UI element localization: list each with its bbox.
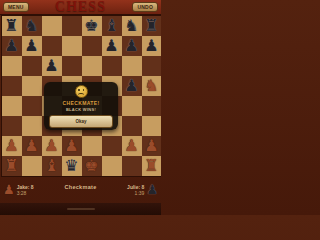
square-c8[interactable] xyxy=(42,16,62,36)
square-a5[interactable] xyxy=(2,76,22,96)
square-a1[interactable]: ♜ xyxy=(2,156,22,176)
square-f1[interactable] xyxy=(102,156,122,176)
black-knight[interactable]: ♞ xyxy=(24,16,38,36)
square-a6[interactable] xyxy=(2,56,22,76)
white-bishop[interactable]: ♝ xyxy=(44,156,58,176)
undo-button[interactable]: UNDO xyxy=(132,2,158,12)
square-h5[interactable]: ♞ xyxy=(142,76,162,96)
left-player-time: 3:28 xyxy=(17,190,34,196)
square-g1[interactable] xyxy=(122,156,142,176)
square-b3[interactable] xyxy=(22,116,42,136)
square-f2[interactable] xyxy=(102,136,122,156)
square-e7[interactable] xyxy=(82,36,102,56)
square-h4[interactable] xyxy=(142,96,162,116)
square-e1[interactable]: ♚ xyxy=(82,156,102,176)
square-h7[interactable]: ♟ xyxy=(142,36,162,56)
square-a8[interactable]: ♜ xyxy=(2,16,22,36)
square-b7[interactable]: ♟ xyxy=(22,36,42,56)
status-message: Checkmate xyxy=(0,184,161,190)
white-king[interactable]: ♚ xyxy=(84,156,98,176)
white-pawn[interactable]: ♟ xyxy=(4,136,18,156)
black-rook[interactable]: ♜ xyxy=(144,16,158,36)
black-queen[interactable]: ♛ xyxy=(64,156,78,176)
square-b8[interactable]: ♞ xyxy=(22,16,42,36)
square-b4[interactable] xyxy=(22,96,42,116)
square-g2[interactable]: ♟ xyxy=(122,136,142,156)
square-d8[interactable] xyxy=(62,16,82,36)
square-c6[interactable]: ♟ xyxy=(42,56,62,76)
bottom-strip xyxy=(0,203,161,215)
black-king[interactable]: ♚ xyxy=(84,16,98,36)
okay-button[interactable]: Okay xyxy=(49,115,113,128)
status-bar: ♟ Jake: 8 3:28 Checkmate Julie: 8 1:39 ♟ xyxy=(0,176,161,203)
square-b5[interactable] xyxy=(22,76,42,96)
white-knight[interactable]: ♞ xyxy=(144,76,158,96)
square-a2[interactable]: ♟ xyxy=(2,136,22,156)
square-g4[interactable] xyxy=(122,96,142,116)
square-g3[interactable] xyxy=(122,116,142,136)
square-e2[interactable] xyxy=(82,136,102,156)
square-g8[interactable]: ♞ xyxy=(122,16,142,36)
square-h3[interactable] xyxy=(142,116,162,136)
square-h8[interactable]: ♜ xyxy=(142,16,162,36)
square-d7[interactable] xyxy=(62,36,82,56)
square-g6[interactable] xyxy=(122,56,142,76)
home-indicator xyxy=(67,208,95,210)
white-pawn[interactable]: ♟ xyxy=(24,136,38,156)
square-h2[interactable]: ♟ xyxy=(142,136,162,156)
black-pawn[interactable]: ♟ xyxy=(24,36,38,56)
white-pawn[interactable]: ♟ xyxy=(124,136,138,156)
sad-face-icon xyxy=(75,85,88,98)
square-d6[interactable] xyxy=(62,56,82,76)
square-c2[interactable]: ♟ xyxy=(42,136,62,156)
square-c7[interactable] xyxy=(42,36,62,56)
dialog-subtitle: BLACK WINS! xyxy=(66,107,96,112)
white-pawn[interactable]: ♟ xyxy=(64,136,78,156)
square-b2[interactable]: ♟ xyxy=(22,136,42,156)
black-knight[interactable]: ♞ xyxy=(124,16,138,36)
square-b6[interactable] xyxy=(22,56,42,76)
square-g5[interactable]: ♟ xyxy=(122,76,142,96)
black-bishop[interactable]: ♝ xyxy=(104,16,118,36)
black-pawn[interactable]: ♟ xyxy=(104,36,118,56)
black-pawn[interactable]: ♟ xyxy=(124,36,138,56)
square-c1[interactable]: ♝ xyxy=(42,156,62,176)
square-a3[interactable] xyxy=(2,116,22,136)
square-d1[interactable]: ♛ xyxy=(62,156,82,176)
square-f8[interactable]: ♝ xyxy=(102,16,122,36)
white-pawn[interactable]: ♟ xyxy=(144,136,158,156)
menu-button[interactable]: MENU xyxy=(3,2,29,12)
white-pawn[interactable]: ♟ xyxy=(44,136,58,156)
checkmate-dialog: CHECKMATE! BLACK WINS! Okay xyxy=(44,82,118,130)
black-pawn[interactable]: ♟ xyxy=(124,76,138,96)
square-g7[interactable]: ♟ xyxy=(122,36,142,56)
square-f7[interactable]: ♟ xyxy=(102,36,122,56)
dialog-title: CHECKMATE! xyxy=(62,100,99,106)
black-rook[interactable]: ♜ xyxy=(4,16,18,36)
top-bar: MENU CHESS UNDO xyxy=(0,0,161,15)
square-a4[interactable] xyxy=(2,96,22,116)
square-h1[interactable]: ♜ xyxy=(142,156,162,176)
right-player-time: 1:39 xyxy=(127,190,144,196)
square-e6[interactable] xyxy=(82,56,102,76)
black-pawn[interactable]: ♟ xyxy=(144,36,158,56)
square-h6[interactable] xyxy=(142,56,162,76)
square-a7[interactable]: ♟ xyxy=(2,36,22,56)
app-title: CHESS xyxy=(55,0,106,15)
square-f6[interactable] xyxy=(102,56,122,76)
square-e8[interactable]: ♚ xyxy=(82,16,102,36)
black-pawn[interactable]: ♟ xyxy=(4,36,18,56)
white-rook[interactable]: ♜ xyxy=(144,156,158,176)
white-rook[interactable]: ♜ xyxy=(4,156,18,176)
square-b1[interactable] xyxy=(22,156,42,176)
black-pawn[interactable]: ♟ xyxy=(44,56,58,76)
square-d2[interactable]: ♟ xyxy=(62,136,82,156)
